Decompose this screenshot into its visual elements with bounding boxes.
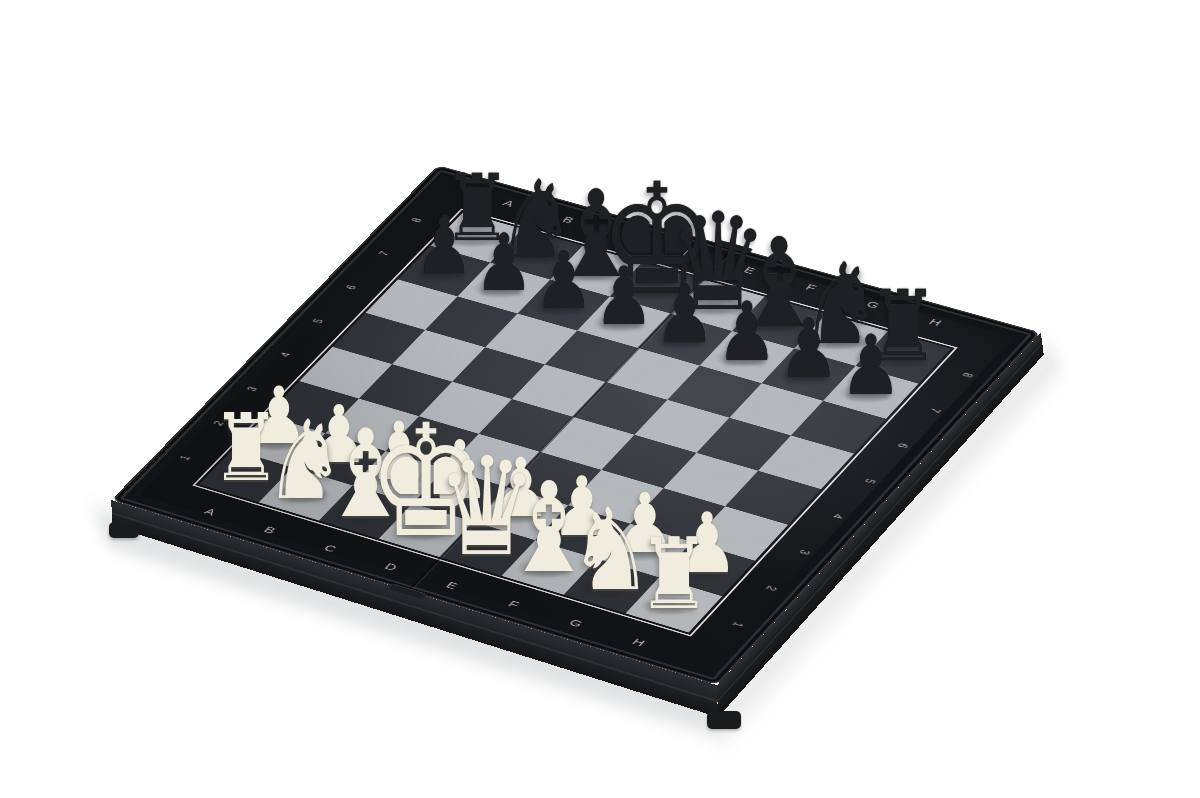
file-label-near-g: G	[567, 617, 586, 628]
file-label-far-b: B	[561, 215, 578, 225]
file-label-far-f: F	[804, 282, 820, 292]
rank-label-right-2: 2	[764, 585, 779, 592]
rank-label-left-3: 3	[244, 385, 259, 392]
file-label-far-g: G	[865, 299, 883, 310]
chess-board: AA88BB77CC66DD55EE44FF33GG22HH11	[111, 165, 1040, 685]
file-label-far-c: C	[620, 231, 637, 241]
file-label-near-d: D	[383, 561, 401, 572]
file-label-near-e: E	[444, 580, 461, 591]
rank-label-right-7: 7	[928, 407, 943, 414]
rank-label-left-8: 8	[409, 217, 424, 224]
rank-label-right-4: 4	[830, 513, 845, 520]
rank-label-left-2: 2	[211, 420, 226, 427]
file-label-near-b: B	[262, 524, 279, 535]
file-label-near-h: H	[630, 636, 648, 647]
file-label-far-h: H	[927, 317, 945, 328]
file-label-far-a: A	[501, 198, 518, 208]
rank-label-right-8: 8	[960, 372, 975, 379]
rank-label-left-5: 5	[311, 317, 326, 324]
case-foot-left	[109, 522, 139, 538]
rank-label-left-4: 4	[278, 351, 293, 358]
rank-label-right-5: 5	[863, 477, 878, 484]
rank-label-left-1: 1	[178, 454, 193, 461]
rank-label-left-6: 6	[344, 284, 359, 291]
rank-label-right-3: 3	[797, 549, 812, 556]
file-label-far-e: E	[742, 265, 759, 275]
file-label-near-c: C	[322, 543, 340, 554]
file-label-far-d: D	[681, 248, 698, 258]
hinge-tab	[715, 240, 753, 254]
stage: AA88BB77CC66DD55EE44FF33GG22HH11 ♜♞♝♚♛♝♞…	[0, 0, 1200, 798]
file-label-near-a: A	[203, 506, 220, 517]
rank-label-right-1: 1	[731, 621, 747, 628]
rank-label-right-6: 6	[895, 442, 910, 449]
case-foot-front	[707, 711, 741, 729]
rank-label-left-7: 7	[376, 250, 391, 257]
file-label-near-f: F	[506, 599, 523, 610]
